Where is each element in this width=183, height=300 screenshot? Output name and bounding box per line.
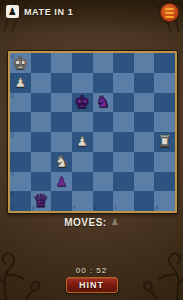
board-square[interactable] (134, 93, 155, 113)
board-square[interactable] (51, 53, 72, 73)
black-pawn[interactable]: ♟ (56, 175, 68, 188)
chess-board[interactable]: 1♚2♟3♚♞45♟♜6♞7♟8hg♛fedcba (10, 53, 175, 211)
rank-label: 8 (11, 192, 14, 197)
header-bar: ♟ MATE IN 1 (0, 0, 183, 26)
board-square[interactable] (72, 73, 93, 93)
board-square[interactable]: d (93, 191, 114, 211)
rank-label: 7 (11, 173, 14, 178)
board-square[interactable]: f (51, 191, 72, 211)
board-square[interactable] (31, 112, 52, 132)
board-square[interactable] (113, 132, 134, 152)
board-square[interactable] (51, 112, 72, 132)
board-square[interactable] (31, 53, 52, 73)
board-square[interactable]: 5 (10, 132, 31, 152)
badge-pawn-glyph: ♟ (8, 7, 17, 17)
white-rook[interactable]: ♜ (158, 134, 172, 150)
hamburger-icon (165, 8, 174, 10)
board-square[interactable] (31, 73, 52, 93)
board-square[interactable] (72, 172, 93, 192)
hint-button-label: HINT (79, 280, 104, 290)
board-square[interactable]: c (113, 191, 134, 211)
board-square[interactable]: 7 (10, 172, 31, 192)
board-square[interactable] (113, 152, 134, 172)
board-square[interactable]: 8h (10, 191, 31, 211)
file-label: c (114, 205, 117, 210)
board-frame: 1♚2♟3♚♞45♟♜6♞7♟8hg♛fedcba (8, 51, 177, 213)
board-square[interactable] (154, 172, 175, 192)
rank-label: 4 (11, 113, 14, 118)
board-square[interactable] (154, 53, 175, 73)
black-queen[interactable]: ♛ (33, 192, 49, 210)
board-square[interactable] (113, 73, 134, 93)
board-square[interactable] (51, 132, 72, 152)
board-square[interactable] (134, 53, 155, 73)
board-square[interactable] (93, 132, 114, 152)
rank-label: 3 (11, 94, 14, 99)
board-square[interactable] (31, 132, 52, 152)
white-pawn[interactable]: ♟ (14, 76, 26, 89)
board-square[interactable] (134, 132, 155, 152)
board-square[interactable]: ♟ (72, 132, 93, 152)
board-square[interactable] (31, 152, 52, 172)
board-square[interactable] (93, 73, 114, 93)
white-pawn[interactable]: ♟ (76, 135, 88, 148)
board-square[interactable] (93, 152, 114, 172)
board-square[interactable]: ♟ (51, 172, 72, 192)
board-square[interactable] (154, 112, 175, 132)
board-square[interactable]: ♜ (154, 132, 175, 152)
board-square[interactable] (154, 73, 175, 93)
board-square[interactable] (93, 53, 114, 73)
board-square[interactable]: 4 (10, 112, 31, 132)
board-square[interactable]: ♞ (93, 93, 114, 113)
board-square[interactable]: g♛ (31, 191, 52, 211)
white-knight[interactable]: ♞ (54, 154, 68, 170)
board-square[interactable] (154, 152, 175, 172)
moves-label: MOVES: (64, 217, 106, 228)
board-square[interactable] (72, 112, 93, 132)
board-square[interactable] (31, 93, 52, 113)
file-label: h (11, 205, 14, 210)
board-square[interactable] (113, 172, 134, 192)
page-title: MATE IN 1 (24, 7, 73, 17)
file-label: b (135, 205, 138, 210)
board-square[interactable] (113, 53, 134, 73)
board-square[interactable]: b (134, 191, 155, 211)
board-square[interactable]: e (72, 191, 93, 211)
white-king[interactable]: ♚ (12, 54, 28, 72)
black-king[interactable]: ♚ (74, 93, 90, 111)
board-square[interactable]: 1♚ (10, 53, 31, 73)
board-square[interactable]: ♚ (72, 93, 93, 113)
board-square[interactable] (134, 73, 155, 93)
board-square[interactable] (51, 93, 72, 113)
file-label: e (73, 205, 76, 210)
board-square[interactable] (134, 112, 155, 132)
board-square[interactable] (93, 112, 114, 132)
file-label: f (52, 205, 54, 210)
rank-label: 5 (11, 133, 14, 138)
board-square[interactable]: 3 (10, 93, 31, 113)
board-square[interactable]: a (154, 191, 175, 211)
app-screen: ♟ MATE IN 1 1♚2♟3♚♞45♟♜6♞7♟8hg♛fedcba MO… (0, 0, 183, 300)
board-square[interactable] (154, 93, 175, 113)
board-square[interactable]: 2♟ (10, 73, 31, 93)
board-square[interactable] (113, 93, 134, 113)
board-square[interactable] (72, 53, 93, 73)
board-square[interactable] (93, 172, 114, 192)
board-square[interactable] (72, 152, 93, 172)
menu-button[interactable] (160, 3, 179, 22)
hint-button[interactable]: HINT (66, 277, 118, 293)
board-square[interactable] (51, 73, 72, 93)
file-label: d (94, 205, 97, 210)
rank-label: 6 (11, 153, 14, 158)
board-square[interactable] (113, 112, 134, 132)
file-label: a (155, 205, 158, 210)
board-square[interactable] (134, 152, 155, 172)
board-square[interactable] (31, 172, 52, 192)
timer-display: 00 : 52 (0, 266, 183, 275)
board-square[interactable]: ♞ (51, 152, 72, 172)
black-knight[interactable]: ♞ (96, 94, 110, 110)
puzzle-pawn-badge-icon: ♟ (6, 5, 19, 18)
moves-panel: MOVES: ♟ (0, 217, 183, 228)
board-square[interactable] (134, 172, 155, 192)
moves-pawn-icon: ♟ (111, 218, 119, 227)
board-square[interactable]: 6 (10, 152, 31, 172)
